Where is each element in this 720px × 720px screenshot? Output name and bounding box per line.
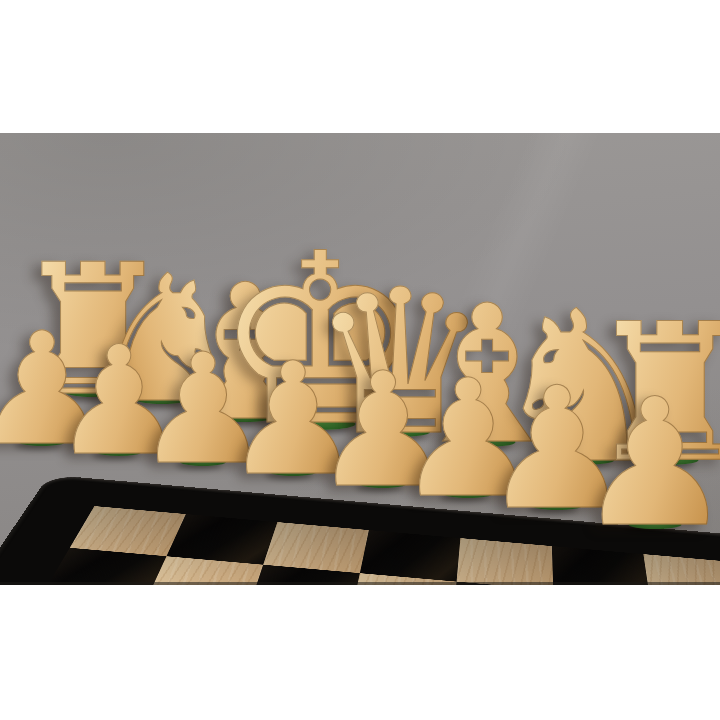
piece-white-pawn-a2[interactable]: ♟ — [576, 376, 720, 552]
photo-bottom-edge — [0, 582, 720, 585]
page: ♜♞♝♚♛♝♞♜♟♟♟♟♟♟♟♟ — [0, 0, 720, 720]
chess-set-photo: ♜♞♝♚♛♝♞♜♟♟♟♟♟♟♟♟ — [0, 133, 720, 585]
pieces-layer: ♜♞♝♚♛♝♞♜♟♟♟♟♟♟♟♟ — [0, 133, 720, 585]
